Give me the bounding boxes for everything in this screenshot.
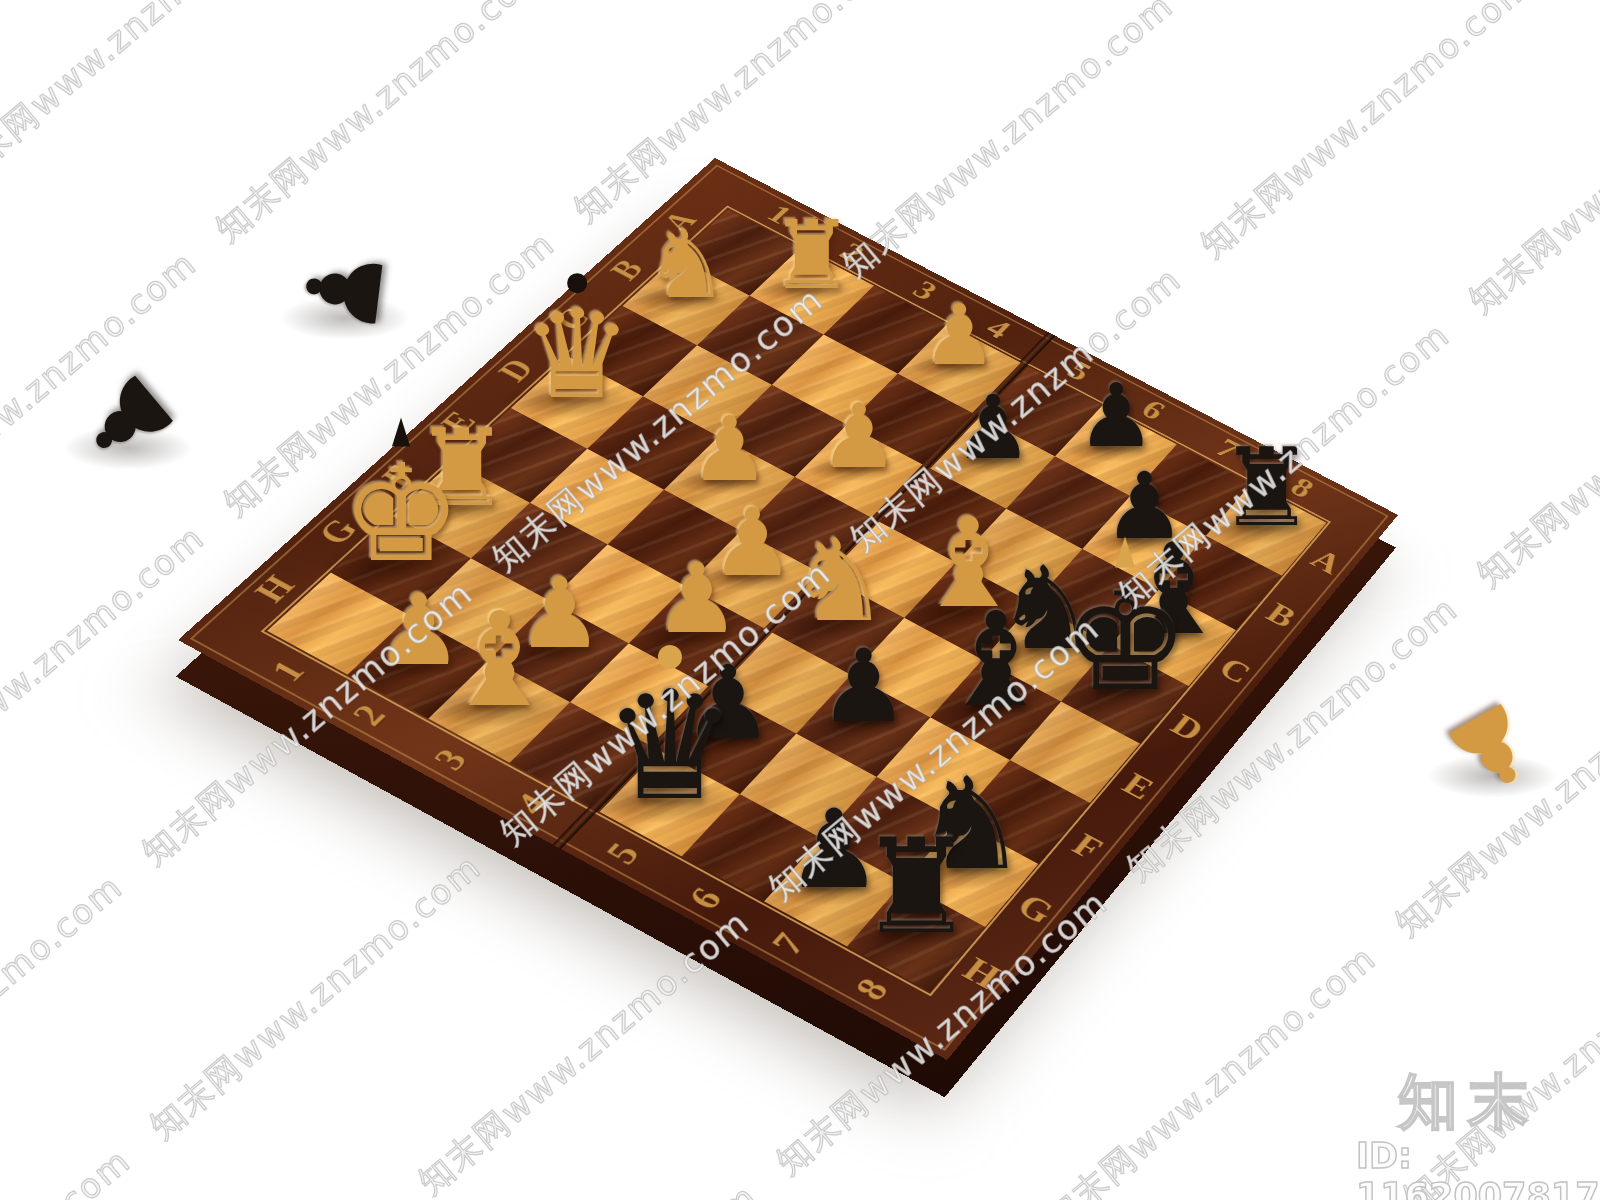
- file-label-right-B: B: [1260, 596, 1304, 634]
- watermark-id-text: ID: 1162007817: [1356, 1136, 1600, 1200]
- file-label-right-F: F: [1065, 826, 1111, 867]
- captured-piece-black-pawn: ♟: [290, 239, 400, 340]
- watermark-logo: 知末: [1398, 1062, 1538, 1143]
- piece-finial: [392, 418, 410, 447]
- piece-black-queen-h5: ♛: [603, 670, 738, 821]
- render-stage: 1122334455667788AABBCCDDEEFFGGHH ♞♛♜♚♜♟♟…: [0, 0, 1600, 1200]
- piece-white-bishop-h3: ♝: [441, 596, 558, 726]
- captured-piece-black-pawn: ♟: [61, 354, 195, 487]
- rank-label-bottom-8: 8: [845, 971, 898, 1007]
- rank-label-bottom-2: 2: [342, 698, 395, 732]
- piece-white-rook-a2: ♜: [770, 208, 855, 302]
- piece-black-pawn-a6: ♟: [1077, 373, 1156, 461]
- rank-label-bottom-7: 7: [762, 926, 815, 962]
- piece-finial: [567, 273, 587, 293]
- rank-label-bottom-5: 5: [596, 836, 649, 871]
- piece-white-knight-b1: ♞: [644, 217, 729, 312]
- piece-white-knight-e5: ♞: [788, 525, 890, 638]
- file-label-right-E: E: [1115, 765, 1161, 806]
- rank-label-bottom-6: 6: [679, 881, 732, 916]
- piece-white-pawn-c4: ♟: [819, 393, 898, 482]
- piece-finial: [1115, 536, 1135, 567]
- captured-piece-white-pawn: ♟: [1428, 682, 1556, 813]
- piece-black-pawn-b5: ♟: [953, 385, 1032, 473]
- rank-label-bottom-1: 1: [261, 654, 314, 688]
- file-label-left-H: H: [245, 568, 305, 608]
- piece-white-pawn-a4: ♟: [922, 294, 997, 378]
- piece-black-pawn-f6: ♟: [819, 637, 909, 738]
- piece-black-rook-a8: ♜: [1218, 434, 1315, 542]
- piece-white-pawn-f4: ♟: [654, 551, 741, 648]
- rank-label-bottom-3: 3: [424, 742, 477, 777]
- piece-white-pawn-d3: ♟: [690, 405, 770, 494]
- piece-black-bishop-e7: ♝: [938, 595, 1055, 725]
- piece-black-rook-h8: ♜: [858, 821, 975, 952]
- piece-white-queen-d1: ♛: [522, 294, 632, 417]
- piece-black-king-d8: ♚: [1061, 568, 1189, 711]
- piece-white-king-g1: ♚: [341, 447, 461, 581]
- rank-label-bottom-4: 4: [505, 787, 558, 822]
- piece-finial: [658, 645, 682, 669]
